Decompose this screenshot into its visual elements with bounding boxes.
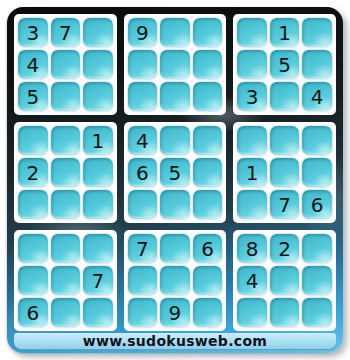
screenshot: 3745915341246517676769824 www.sudokusweb… <box>0 0 350 360</box>
cell-r2c6[interactable] <box>193 50 223 79</box>
sudoku-box-3: 1534 <box>233 14 336 115</box>
sudoku-grid: 3745915341246517676769824 <box>14 14 336 331</box>
cell-r3c5[interactable] <box>160 82 190 111</box>
cell-r5c8[interactable] <box>270 158 300 187</box>
cell-r8c3[interactable]: 7 <box>83 266 113 295</box>
cell-r8c5[interactable] <box>160 266 190 295</box>
cell-r8c1[interactable] <box>18 266 48 295</box>
cell-r6c1[interactable] <box>18 190 48 219</box>
cell-r2c7[interactable] <box>237 50 267 79</box>
cell-r1c6[interactable] <box>193 18 223 47</box>
cell-r9c2[interactable] <box>51 298 81 327</box>
cell-r7c8[interactable]: 2 <box>270 234 300 263</box>
cell-r3c8[interactable] <box>270 82 300 111</box>
cell-r4c9[interactable] <box>302 126 332 155</box>
cell-r4c5[interactable] <box>160 126 190 155</box>
cell-r2c9[interactable] <box>302 50 332 79</box>
cell-r5c6[interactable] <box>193 158 223 187</box>
cell-r4c3[interactable]: 1 <box>83 126 113 155</box>
cell-r6c7[interactable] <box>237 190 267 219</box>
cell-r9c5[interactable]: 9 <box>160 298 190 327</box>
cell-r6c9[interactable]: 6 <box>302 190 332 219</box>
cell-r4c2[interactable] <box>51 126 81 155</box>
cell-r2c4[interactable] <box>128 50 158 79</box>
cell-r1c4[interactable]: 9 <box>128 18 158 47</box>
cell-r3c6[interactable] <box>193 82 223 111</box>
cell-r4c4[interactable]: 4 <box>128 126 158 155</box>
sudoku-box-7: 76 <box>14 230 117 331</box>
cell-r9c4[interactable] <box>128 298 158 327</box>
cell-r4c6[interactable] <box>193 126 223 155</box>
cell-r9c9[interactable] <box>302 298 332 327</box>
cell-r6c3[interactable] <box>83 190 113 219</box>
sudoku-board-plaque: 3745915341246517676769824 www.sudokusweb… <box>7 7 343 353</box>
cell-r9c3[interactable] <box>83 298 113 327</box>
cell-r3c4[interactable] <box>128 82 158 111</box>
cell-r7c7[interactable]: 8 <box>237 234 267 263</box>
cell-r6c8[interactable]: 7 <box>270 190 300 219</box>
cell-r8c7[interactable]: 4 <box>237 266 267 295</box>
cell-r5c3[interactable] <box>83 158 113 187</box>
cell-r5c4[interactable]: 6 <box>128 158 158 187</box>
cell-r8c9[interactable] <box>302 266 332 295</box>
cell-r7c5[interactable] <box>160 234 190 263</box>
cell-r7c6[interactable]: 6 <box>193 234 223 263</box>
cell-r5c9[interactable] <box>302 158 332 187</box>
cell-r2c1[interactable]: 4 <box>18 50 48 79</box>
cell-r7c9[interactable] <box>302 234 332 263</box>
sudoku-box-5: 465 <box>124 122 227 223</box>
cell-r3c2[interactable] <box>51 82 81 111</box>
cell-r7c3[interactable] <box>83 234 113 263</box>
sudoku-box-2: 9 <box>124 14 227 115</box>
sudoku-box-8: 769 <box>124 230 227 331</box>
site-url: www.sudokusweb.com <box>83 333 267 349</box>
cell-r6c6[interactable] <box>193 190 223 219</box>
cell-r6c4[interactable] <box>128 190 158 219</box>
cell-r3c9[interactable]: 4 <box>302 82 332 111</box>
cell-r9c7[interactable] <box>237 298 267 327</box>
cell-r2c8[interactable]: 5 <box>270 50 300 79</box>
cell-r6c2[interactable] <box>51 190 81 219</box>
cell-r8c4[interactable] <box>128 266 158 295</box>
cell-r5c2[interactable] <box>51 158 81 187</box>
cell-r6c5[interactable] <box>160 190 190 219</box>
cell-r1c2[interactable]: 7 <box>51 18 81 47</box>
cell-r4c1[interactable] <box>18 126 48 155</box>
cell-r3c1[interactable]: 5 <box>18 82 48 111</box>
cell-r3c7[interactable]: 3 <box>237 82 267 111</box>
cell-r2c3[interactable] <box>83 50 113 79</box>
sudoku-box-6: 176 <box>233 122 336 223</box>
sudoku-box-9: 824 <box>233 230 336 331</box>
footer-strip: www.sudokusweb.com <box>14 333 336 350</box>
cell-r7c2[interactable] <box>51 234 81 263</box>
cell-r5c7[interactable]: 1 <box>237 158 267 187</box>
cell-r9c1[interactable]: 6 <box>18 298 48 327</box>
cell-r9c6[interactable] <box>193 298 223 327</box>
cell-r1c8[interactable]: 1 <box>270 18 300 47</box>
cell-r4c8[interactable] <box>270 126 300 155</box>
cell-r8c2[interactable] <box>51 266 81 295</box>
cell-r3c3[interactable] <box>83 82 113 111</box>
cell-r7c4[interactable]: 7 <box>128 234 158 263</box>
cell-r1c1[interactable]: 3 <box>18 18 48 47</box>
cell-r5c5[interactable]: 5 <box>160 158 190 187</box>
cell-r9c8[interactable] <box>270 298 300 327</box>
sudoku-box-1: 3745 <box>14 14 117 115</box>
cell-r1c3[interactable] <box>83 18 113 47</box>
cell-r5c1[interactable]: 2 <box>18 158 48 187</box>
cell-r1c7[interactable] <box>237 18 267 47</box>
cell-r8c8[interactable] <box>270 266 300 295</box>
cell-r8c6[interactable] <box>193 266 223 295</box>
cell-r2c2[interactable] <box>51 50 81 79</box>
cell-r2c5[interactable] <box>160 50 190 79</box>
cell-r1c5[interactable] <box>160 18 190 47</box>
cell-r1c9[interactable] <box>302 18 332 47</box>
sudoku-box-4: 12 <box>14 122 117 223</box>
cell-r4c7[interactable] <box>237 126 267 155</box>
cell-r7c1[interactable] <box>18 234 48 263</box>
